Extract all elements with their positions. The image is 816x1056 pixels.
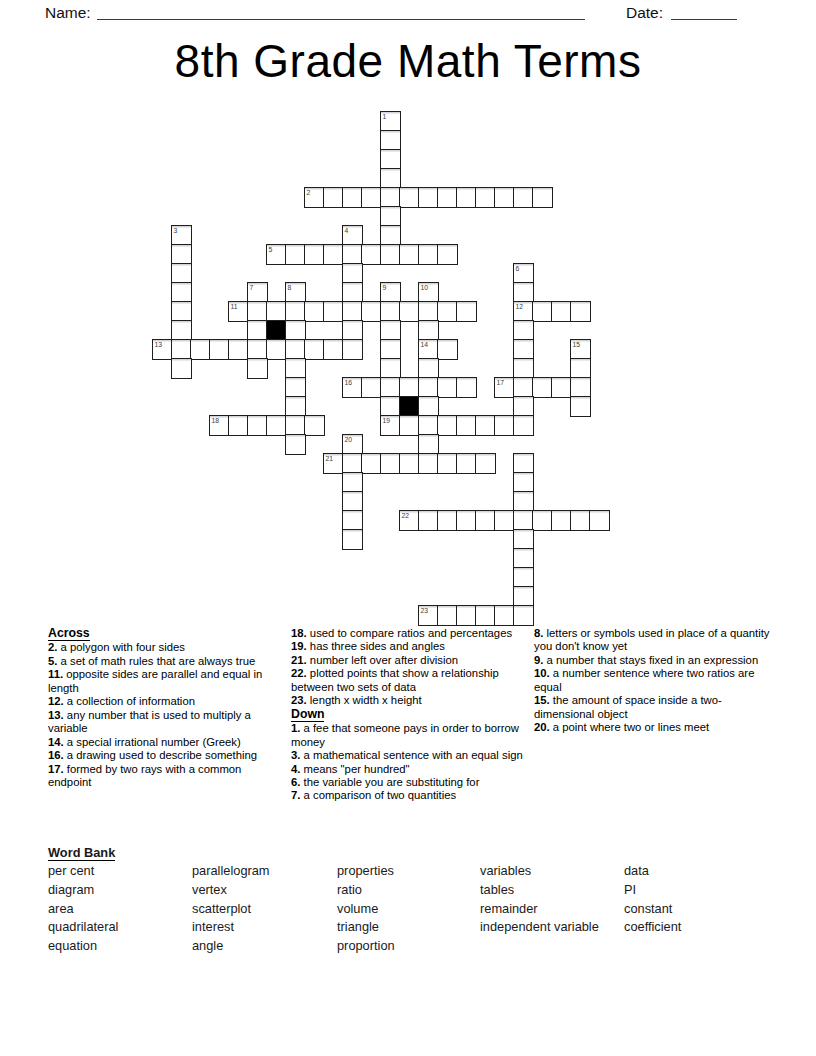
grid-cell[interactable]: [342, 244, 363, 265]
across-clues-header: Across: [48, 627, 287, 641]
grid-cell[interactable]: 8: [285, 282, 306, 303]
grid-cell[interactable]: 21: [323, 453, 344, 474]
grid-cell[interactable]: [475, 187, 496, 208]
grid-cell[interactable]: [437, 605, 458, 626]
grid-cell[interactable]: [285, 339, 306, 360]
grid-cell[interactable]: [380, 301, 401, 322]
cell-number: 16: [345, 379, 353, 386]
grid-cell[interactable]: [589, 510, 610, 531]
grid-cell[interactable]: [456, 187, 477, 208]
grid-cell[interactable]: [323, 244, 344, 265]
grid-cell[interactable]: 3: [171, 225, 192, 246]
cell-number: 12: [516, 303, 524, 310]
grid-cell[interactable]: [475, 415, 496, 436]
grid-cell[interactable]: [513, 320, 534, 341]
grid-cell[interactable]: [570, 301, 591, 322]
grid-cell[interactable]: [342, 472, 363, 493]
grid-cell[interactable]: 14: [418, 339, 439, 360]
cell-number: 22: [402, 512, 410, 519]
cell-number: 19: [383, 417, 391, 424]
grid-cell[interactable]: [285, 358, 306, 379]
grid-cell[interactable]: [399, 244, 420, 265]
grid-cell[interactable]: 23: [418, 605, 439, 626]
grid-cell[interactable]: [247, 301, 268, 322]
grid-cell[interactable]: [456, 605, 477, 626]
grid-cell[interactable]: 17: [494, 377, 515, 398]
grid-cell[interactable]: [285, 415, 306, 436]
cell-number: 7: [250, 284, 254, 291]
word-bank-column-5: dataPIconstantcoefficient: [624, 862, 681, 937]
grid-cell[interactable]: [513, 567, 534, 588]
grid-cell[interactable]: [513, 491, 534, 512]
cell-number: 5: [269, 246, 273, 253]
grid-cell[interactable]: [304, 415, 325, 436]
grid-cell[interactable]: [418, 358, 439, 379]
grid-cell[interactable]: [361, 244, 382, 265]
word-bank-column-2: parallelogramvertexscatterplotinterestan…: [192, 862, 270, 956]
grid-cell[interactable]: [437, 244, 458, 265]
grid-cell[interactable]: [399, 187, 420, 208]
clue-down-7: 7. a comparison of two quantities: [291, 789, 530, 802]
grid-cell[interactable]: [380, 358, 401, 379]
cell-number: 14: [421, 341, 429, 348]
black-cell: [399, 396, 420, 417]
grid-cell[interactable]: [380, 320, 401, 341]
grid-cell[interactable]: [266, 339, 287, 360]
cell-number: 1: [383, 113, 387, 120]
grid-cell[interactable]: [285, 434, 306, 455]
clue-down-4: 4. means "per hundred": [291, 763, 530, 776]
grid-cell[interactable]: 20: [342, 434, 363, 455]
grid-cell[interactable]: [342, 529, 363, 550]
grid-cell[interactable]: [380, 187, 401, 208]
cell-number: 6: [516, 265, 520, 272]
grid-cell[interactable]: [266, 301, 287, 322]
word-bank-item: parallelogram: [192, 862, 270, 881]
grid-cell[interactable]: [380, 225, 401, 246]
grid-cell[interactable]: [380, 149, 401, 170]
grid-cell[interactable]: [361, 453, 382, 474]
grid-cell[interactable]: 11: [228, 301, 249, 322]
grid-cell[interactable]: [380, 244, 401, 265]
cell-number: 17: [497, 379, 505, 386]
grid-cell[interactable]: [171, 358, 192, 379]
clue-down-20: 20. a point where two or lines meet: [534, 721, 780, 734]
clue-across-16: 16. a drawing used to describe something: [48, 749, 287, 762]
clue-across-19: 19. has three sides and angles: [291, 640, 530, 653]
grid-cell[interactable]: [532, 187, 553, 208]
grid-cell[interactable]: 12: [513, 301, 534, 322]
grid-cell[interactable]: 22: [399, 510, 420, 531]
grid-cell[interactable]: [494, 187, 515, 208]
clue-down-3: 3. a mathematical sentence with an equal…: [291, 749, 530, 762]
name-blank-line[interactable]: [97, 19, 585, 20]
clue-down-1: 1. a fee that someone pays in order to b…: [291, 722, 530, 749]
grid-cell[interactable]: [342, 263, 363, 284]
grid-cell[interactable]: [456, 453, 477, 474]
cell-number: 15: [573, 341, 581, 348]
word-bank-column-3: propertiesratiovolumetriangleproportion: [337, 862, 395, 956]
word-bank-item: quadrilateral: [48, 918, 118, 937]
grid-cell[interactable]: [380, 377, 401, 398]
grid-cell[interactable]: [494, 510, 515, 531]
word-bank-item: equation: [48, 937, 118, 956]
cell-number: 10: [421, 284, 429, 291]
word-bank-item: constant: [624, 900, 681, 919]
word-bank-header: Word Bank: [48, 843, 788, 861]
grid-cell[interactable]: [285, 377, 306, 398]
cell-number: 2: [307, 189, 311, 196]
clue-column-3: 8. letters or symbols used in place of a…: [534, 627, 780, 735]
name-label: Name:: [45, 4, 91, 22]
grid-cell[interactable]: [513, 586, 534, 607]
clue-across-12: 12. a collection of information: [48, 695, 287, 708]
cell-number: 18: [212, 417, 220, 424]
grid-cell[interactable]: [513, 453, 534, 474]
grid-cell[interactable]: [171, 339, 192, 360]
cell-number: 11: [231, 303, 238, 310]
word-bank-item: proportion: [337, 937, 395, 956]
word-bank-item: triangle: [337, 918, 395, 937]
grid-cell[interactable]: [285, 396, 306, 417]
down-clues-header: Down: [291, 708, 530, 722]
grid-cell[interactable]: [285, 301, 306, 322]
grid-cell[interactable]: [513, 510, 534, 531]
grid-cell[interactable]: [475, 453, 496, 474]
grid-cell[interactable]: [247, 339, 268, 360]
cell-number: 13: [155, 341, 163, 348]
grid-cell[interactable]: [456, 301, 477, 322]
grid-cell[interactable]: [171, 301, 192, 322]
clue-across-14: 14. a special irrational number (Greek): [48, 736, 287, 749]
clue-across-23: 23. length x width x height: [291, 694, 530, 707]
grid-cell[interactable]: [437, 339, 458, 360]
grid-cell[interactable]: [380, 206, 401, 227]
grid-cell[interactable]: [570, 377, 591, 398]
grid-cell[interactable]: [513, 605, 534, 626]
grid-cell[interactable]: [266, 415, 287, 436]
grid-cell[interactable]: [399, 301, 420, 322]
grid-cell[interactable]: [570, 510, 591, 531]
clue-across-11: 11. opposite sides are parallel and equa…: [48, 668, 287, 695]
grid-cell[interactable]: [304, 301, 325, 322]
grid-cell[interactable]: 6: [513, 263, 534, 284]
clue-across-17: 17. formed by two rays with a common end…: [48, 763, 287, 790]
clue-across-2: 2. a polygon with four sides: [48, 641, 287, 654]
word-bank-item: scatterplot: [192, 900, 270, 919]
grid-cell[interactable]: 15: [570, 339, 591, 360]
grid-cell[interactable]: [342, 510, 363, 531]
grid-cell[interactable]: [323, 187, 344, 208]
cell-number: 9: [383, 284, 387, 291]
grid-cell[interactable]: [361, 187, 382, 208]
grid-cell[interactable]: 13: [152, 339, 173, 360]
grid-cell[interactable]: [551, 510, 572, 531]
clue-down-15: 15. the amount of space inside a two-dim…: [534, 694, 780, 721]
grid-cell[interactable]: [171, 320, 192, 341]
grid-cell[interactable]: [532, 510, 553, 531]
grid-cell[interactable]: [342, 453, 363, 474]
word-bank-item: volume: [337, 900, 395, 919]
grid-cell[interactable]: [456, 377, 477, 398]
grid-cell[interactable]: [342, 301, 363, 322]
grid-cell[interactable]: [190, 339, 211, 360]
grid-cell[interactable]: [418, 320, 439, 341]
word-bank-item: ratio: [337, 881, 395, 900]
grid-cell[interactable]: [399, 377, 420, 398]
crossword-grid: 1234567891011121314151617181920212223: [152, 111, 610, 626]
grid-cell[interactable]: [475, 605, 496, 626]
grid-cell[interactable]: [380, 168, 401, 189]
clue-down-10: 10. a number sentence where two ratios a…: [534, 667, 780, 694]
grid-cell[interactable]: [228, 415, 249, 436]
black-cell: [266, 320, 287, 341]
grid-cell[interactable]: 2: [304, 187, 325, 208]
grid-cell[interactable]: [437, 453, 458, 474]
cell-number: 23: [421, 607, 429, 614]
word-bank-title: Word Bank: [48, 845, 115, 861]
grid-cell[interactable]: [380, 130, 401, 151]
grid-cell[interactable]: [437, 415, 458, 436]
grid-cell[interactable]: [532, 377, 553, 398]
grid-cell[interactable]: [361, 377, 382, 398]
grid-cell[interactable]: [437, 510, 458, 531]
word-bank-column-4: variablestablesremainderindependent vari…: [480, 862, 599, 937]
grid-cell[interactable]: [304, 339, 325, 360]
grid-cell[interactable]: [171, 282, 192, 303]
cell-number: 20: [345, 436, 353, 443]
grid-cell[interactable]: [418, 434, 439, 455]
grid-cell[interactable]: [323, 339, 344, 360]
grid-cell[interactable]: [570, 358, 591, 379]
grid-cell[interactable]: [532, 301, 553, 322]
clue-across-13: 13. any number that is used to multiply …: [48, 709, 287, 736]
cell-number: 21: [326, 455, 334, 462]
date-label: Date:: [626, 4, 663, 22]
grid-cell[interactable]: [285, 320, 306, 341]
clue-column-2: 18. used to compare ratios and percentag…: [291, 627, 530, 803]
word-bank-item: PI: [624, 881, 681, 900]
word-bank-item: diagram: [48, 881, 118, 900]
grid-cell[interactable]: [418, 301, 439, 322]
grid-cell[interactable]: [342, 320, 363, 341]
grid-cell[interactable]: 1: [380, 111, 401, 132]
grid-cell[interactable]: [209, 339, 230, 360]
grid-cell[interactable]: [342, 187, 363, 208]
word-bank-item: per cent: [48, 862, 118, 881]
grid-cell[interactable]: 19: [380, 415, 401, 436]
grid-cell[interactable]: 9: [380, 282, 401, 303]
word-bank-item: vertex: [192, 881, 270, 900]
clue-down-6: 6. the variable you are substituting for: [291, 776, 530, 789]
grid-cell[interactable]: [399, 415, 420, 436]
clue-across-18: 18. used to compare ratios and percentag…: [291, 627, 530, 640]
grid-cell[interactable]: [380, 453, 401, 474]
word-bank-column-1: per centdiagramareaquadrilateralequation: [48, 862, 118, 956]
grid-cell[interactable]: [247, 320, 268, 341]
grid-cell[interactable]: [247, 358, 268, 379]
grid-cell[interactable]: 10: [418, 282, 439, 303]
grid-cell[interactable]: [494, 605, 515, 626]
word-bank-item: remainder: [480, 900, 599, 919]
grid-cell[interactable]: [418, 415, 439, 436]
grid-cell[interactable]: [570, 396, 591, 417]
clue-across-5: 5. a set of math rules that are always t…: [48, 655, 287, 668]
word-bank-item: area: [48, 900, 118, 919]
grid-cell[interactable]: [513, 187, 534, 208]
grid-cell[interactable]: [418, 396, 439, 417]
grid-cell[interactable]: [513, 548, 534, 569]
grid-cell[interactable]: 18: [209, 415, 230, 436]
clue-down-9: 9. a number that stays fixed in an expre…: [534, 654, 780, 667]
grid-cell[interactable]: 7: [247, 282, 268, 303]
word-bank-item: coefficient: [624, 918, 681, 937]
word-bank-item: interest: [192, 918, 270, 937]
grid-cell[interactable]: [513, 529, 534, 550]
grid-cell[interactable]: [418, 510, 439, 531]
grid-cell[interactable]: [456, 510, 477, 531]
grid-cell[interactable]: [437, 187, 458, 208]
grid-cell[interactable]: [380, 396, 401, 417]
grid-cell[interactable]: [418, 377, 439, 398]
word-bank: Word Bank per centdiagramareaquadrilater…: [48, 843, 788, 861]
grid-cell[interactable]: 4: [342, 225, 363, 246]
worksheet-page: Name: Date: 8th Grade Math Terms 1234567…: [0, 0, 816, 1056]
grid-cell[interactable]: [171, 263, 192, 284]
grid-cell[interactable]: [304, 244, 325, 265]
cell-number: 8: [288, 284, 292, 291]
grid-cell[interactable]: [247, 415, 268, 436]
clue-across-22: 22. plotted points that show a relations…: [291, 667, 530, 694]
word-bank-item: properties: [337, 862, 395, 881]
grid-cell[interactable]: [342, 339, 363, 360]
grid-cell[interactable]: 5: [266, 244, 287, 265]
grid-cell[interactable]: [551, 301, 572, 322]
grid-cell[interactable]: [361, 301, 382, 322]
grid-cell[interactable]: [513, 339, 534, 360]
clue-column-1: Across2. a polygon with four sides5. a s…: [48, 627, 287, 789]
grid-cell[interactable]: [437, 377, 458, 398]
word-bank-item: data: [624, 862, 681, 881]
grid-cell[interactable]: [513, 282, 534, 303]
date-blank-line[interactable]: [671, 19, 737, 20]
word-bank-item: independent variable: [480, 918, 599, 937]
grid-cell[interactable]: [513, 377, 534, 398]
grid-cell[interactable]: [171, 244, 192, 265]
grid-cell[interactable]: [513, 415, 534, 436]
grid-cell[interactable]: 16: [342, 377, 363, 398]
grid-cell[interactable]: [342, 282, 363, 303]
grid-cell[interactable]: [513, 396, 534, 417]
grid-cell[interactable]: [342, 491, 363, 512]
cell-number: 3: [174, 227, 178, 234]
grid-cell[interactable]: [418, 244, 439, 265]
grid-cell[interactable]: [418, 187, 439, 208]
grid-cell[interactable]: [380, 339, 401, 360]
grid-cell[interactable]: [437, 301, 458, 322]
grid-cell[interactable]: [475, 510, 496, 531]
grid-cell[interactable]: [418, 453, 439, 474]
grid-cell[interactable]: [228, 339, 249, 360]
grid-cell[interactable]: [323, 301, 344, 322]
word-bank-item: tables: [480, 881, 599, 900]
word-bank-item: variables: [480, 862, 599, 881]
grid-cell[interactable]: [285, 244, 306, 265]
cell-number: 4: [345, 227, 349, 234]
word-bank-item: angle: [192, 937, 270, 956]
grid-cell[interactable]: [513, 358, 534, 379]
grid-cell[interactable]: [399, 453, 420, 474]
grid-cell[interactable]: [494, 415, 515, 436]
page-title: 8th Grade Math Terms: [0, 34, 816, 88]
grid-cell[interactable]: [551, 377, 572, 398]
clue-down-8: 8. letters or symbols used in place of a…: [534, 627, 780, 654]
clue-across-21: 21. number left over after division: [291, 654, 530, 667]
grid-cell[interactable]: [513, 472, 534, 493]
grid-cell[interactable]: [456, 415, 477, 436]
